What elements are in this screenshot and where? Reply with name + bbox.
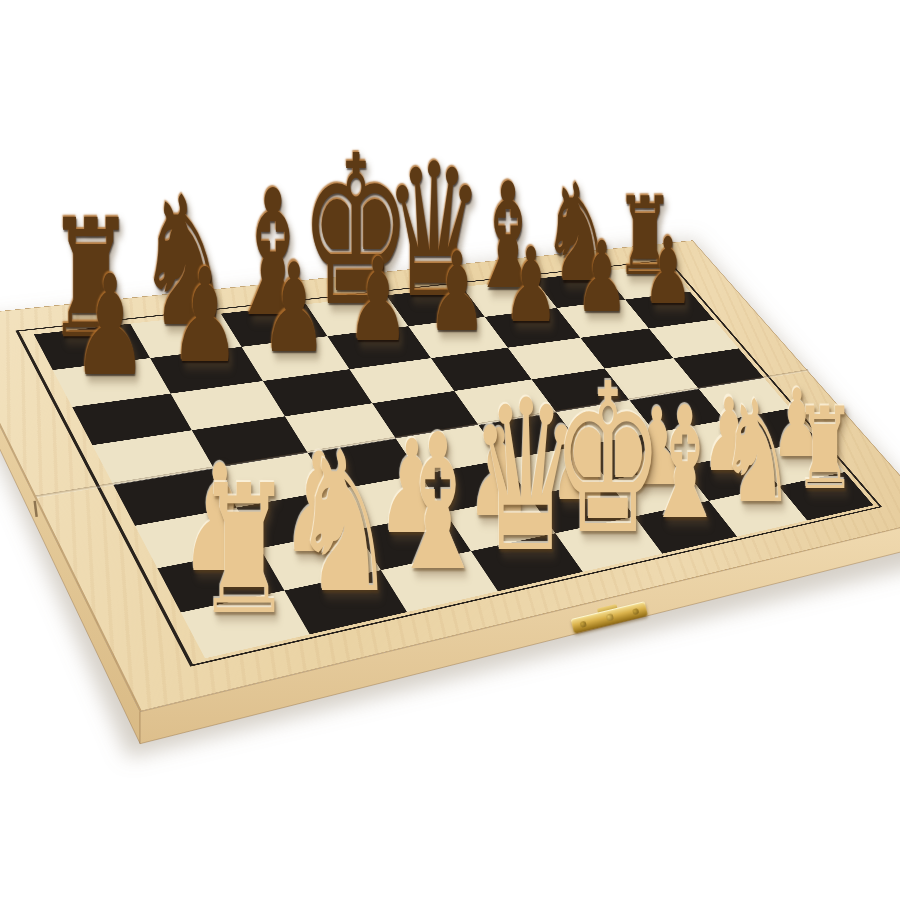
black-pawn-c7[interactable]: ♟ — [261, 246, 328, 369]
white-knight-b1[interactable]: ♞ — [292, 425, 397, 619]
white-knight-g1[interactable]: ♞ — [719, 383, 795, 524]
black-pawn-b7[interactable]: ♟ — [170, 251, 241, 381]
black-pawn-e7[interactable]: ♟ — [427, 238, 486, 347]
black-pawn-g7[interactable]: ♟ — [575, 230, 628, 328]
white-rook-h1[interactable]: ♜ — [794, 393, 855, 506]
white-rook-a1[interactable]: ♜ — [196, 462, 292, 640]
chess-set-photo: ♜♞♝♚♛♝♞♜♟♟♟♟♟♟♟♟♟♟♟♟♟♟♟♟♜♞♝♛♚♝♞♜ — [0, 0, 900, 900]
white-bishop-f1[interactable]: ♝ — [643, 386, 727, 541]
black-pawn-f7[interactable]: ♟ — [503, 234, 559, 337]
black-pawn-h7[interactable]: ♟ — [643, 226, 693, 318]
black-pawn-d7[interactable]: ♟ — [347, 242, 410, 358]
black-pawn-a7[interactable]: ♟ — [73, 256, 148, 395]
